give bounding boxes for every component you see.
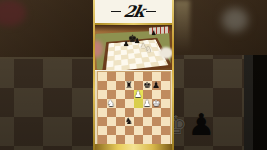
video-frame: ♚ ♟ 2k ♚ ♟ ♟ ♟ ♞ ♟ (0, 0, 267, 150)
square-f1[interactable] (143, 135, 152, 144)
square-a5[interactable] (98, 99, 107, 108)
square-h7[interactable] (161, 81, 170, 90)
square-g5[interactable]: ♚ (152, 99, 161, 108)
square-g2[interactable] (152, 126, 161, 135)
square-b1[interactable] (107, 135, 116, 144)
content-column: 2k ♚ ♟ ♟ ♟ ♞ ♟ ♜♚♟♟♞♟♚♞ (93, 0, 174, 150)
square-b5[interactable]: ♞ (107, 99, 116, 108)
piece-white-knight[interactable]: ♞ (107, 99, 116, 108)
square-e6[interactable]: ♟ (134, 90, 143, 99)
square-c8[interactable] (116, 72, 125, 81)
square-h5[interactable] (161, 99, 170, 108)
square-g4[interactable] (152, 108, 161, 117)
square-h2[interactable] (161, 126, 170, 135)
square-e8[interactable] (134, 72, 143, 81)
board: ♜♚♟♟♞♟♚♞ (97, 71, 171, 145)
square-a4[interactable] (98, 108, 107, 117)
board-area: ♜♚♟♟♞♟♚♞ (93, 71, 174, 150)
square-b7[interactable] (107, 81, 116, 90)
square-d3[interactable]: ♞ (125, 117, 134, 126)
square-e4[interactable] (134, 108, 143, 117)
square-c4[interactable] (116, 108, 125, 117)
gold-border-left (93, 0, 95, 150)
gold-bottom-bar (95, 144, 172, 150)
square-d5[interactable] (125, 99, 134, 108)
dark-overlay (0, 0, 93, 150)
background-left-panel (0, 0, 93, 150)
square-a1[interactable] (98, 135, 107, 144)
square-h4[interactable] (161, 108, 170, 117)
square-f3[interactable] (143, 117, 152, 126)
square-e3[interactable] (134, 117, 143, 126)
square-b2[interactable] (107, 126, 116, 135)
photo-black-pawn-icon: ♟ (151, 30, 156, 36)
square-c2[interactable] (116, 126, 125, 135)
gold-border-right (172, 0, 174, 150)
square-b4[interactable] (107, 108, 116, 117)
square-g7[interactable]: ♟ (152, 81, 161, 90)
square-a3[interactable] (98, 117, 107, 126)
white-cup (159, 47, 172, 59)
channel-logo: 2k (122, 4, 145, 20)
photo-black-pawn-icon: ♟ (123, 41, 129, 48)
piece-black-pawn[interactable]: ♟ (152, 81, 161, 90)
square-f5[interactable]: ♟ (143, 99, 152, 108)
square-h3[interactable] (161, 117, 170, 126)
square-d6[interactable] (125, 90, 134, 99)
square-a6[interactable] (98, 90, 107, 99)
square-f4[interactable] (143, 108, 152, 117)
square-h1[interactable] (161, 135, 170, 144)
square-d1[interactable] (125, 135, 134, 144)
piece-white-pawn[interactable]: ♟ (134, 90, 143, 99)
square-a7[interactable] (98, 81, 107, 90)
square-e2[interactable] (134, 126, 143, 135)
square-f2[interactable] (143, 126, 152, 135)
photo-white-knight-icon: ♞ (145, 46, 152, 54)
square-g1[interactable] (152, 135, 161, 144)
square-c7[interactable] (116, 81, 125, 90)
square-d2[interactable] (125, 126, 134, 135)
square-h8[interactable] (161, 72, 170, 81)
dark-overlay (174, 0, 267, 150)
square-c6[interactable] (116, 90, 125, 99)
square-d7[interactable]: ♜ (125, 81, 134, 90)
header: 2k (93, 0, 174, 23)
square-c1[interactable] (116, 135, 125, 144)
piece-black-knight[interactable]: ♞ (125, 117, 134, 126)
square-b3[interactable] (107, 117, 116, 126)
square-a2[interactable] (98, 126, 107, 135)
piece-white-king[interactable]: ♚ (152, 99, 161, 108)
square-g3[interactable] (152, 117, 161, 126)
square-h6[interactable] (161, 90, 170, 99)
square-b8[interactable] (107, 72, 116, 81)
square-f7[interactable]: ♚ (143, 81, 152, 90)
photo-scene: ♚ ♟ ♟ ♟ ♞ ♟ (95, 25, 172, 70)
square-a8[interactable] (98, 72, 107, 81)
square-c3[interactable] (116, 117, 125, 126)
square-c5[interactable] (116, 99, 125, 108)
square-e1[interactable] (134, 135, 143, 144)
piece-black-rook[interactable]: ♜ (125, 81, 134, 90)
piece-black-king[interactable]: ♚ (143, 81, 152, 90)
square-e5[interactable] (134, 99, 143, 108)
background-right-panel: ♚ ♟ (174, 0, 267, 150)
logo-dash-left (111, 11, 121, 13)
piece-white-pawn[interactable]: ♟ (143, 99, 152, 108)
logo-dash-right (146, 11, 156, 13)
